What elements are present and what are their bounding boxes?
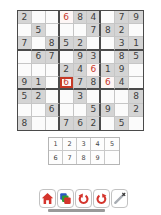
numpad-key-4[interactable]: 4: [91, 138, 105, 151]
numpad-key-3[interactable]: 3: [77, 138, 91, 151]
cell-r1c1[interactable]: 2: [18, 11, 32, 24]
cell-r4c1[interactable]: [18, 51, 32, 64]
cell-r3c1[interactable]: 7: [18, 37, 32, 50]
cell-r5c9[interactable]: [129, 64, 143, 77]
nav-indicator-bar: [48, 209, 105, 212]
numpad-key-6[interactable]: 6: [49, 151, 63, 164]
toolbar: [39, 189, 128, 208]
palette-icon: [59, 192, 72, 205]
cell-r1c8[interactable]: 7: [115, 11, 129, 24]
cell-r4c9[interactable]: 5: [129, 51, 143, 64]
numpad-key-empty: [105, 151, 119, 164]
cell-r8c1[interactable]: [18, 104, 32, 117]
cell-r4c7[interactable]: [101, 51, 115, 64]
cell-r7c6[interactable]: [87, 90, 101, 103]
cell-r3c8[interactable]: 3: [115, 37, 129, 50]
cell-r1c2[interactable]: [32, 11, 46, 24]
cell-r8c3[interactable]: 6: [46, 104, 60, 117]
cell-r6c9[interactable]: [129, 77, 143, 90]
cell-r8c9[interactable]: 2: [129, 104, 143, 117]
cell-r6c8[interactable]: 4: [115, 77, 129, 90]
numpad-key-7[interactable]: 7: [63, 151, 77, 164]
cell-r7c2[interactable]: 2: [32, 90, 46, 103]
cell-r1c5[interactable]: 8: [74, 11, 88, 24]
cell-r1c4[interactable]: 6: [60, 11, 74, 24]
cell-r2c2[interactable]: 5: [32, 24, 46, 37]
cell-r7c5[interactable]: 3: [74, 90, 88, 103]
cell-r3c4[interactable]: 5: [60, 37, 74, 50]
cell-r6c6[interactable]: 8: [87, 77, 101, 90]
cell-r8c4[interactable]: [60, 104, 74, 117]
cell-r5c6[interactable]: 6: [87, 64, 101, 77]
cell-r4c8[interactable]: 8: [115, 51, 129, 64]
cell-r9c4[interactable]: 7: [60, 117, 74, 130]
cell-r6c7[interactable]: 6: [101, 77, 115, 90]
cell-r8c2[interactable]: [32, 104, 46, 117]
cell-r5c7[interactable]: 1: [101, 64, 115, 77]
cell-r9c6[interactable]: 2: [87, 117, 101, 130]
cell-r6c4[interactable]: 6: [60, 77, 74, 90]
cell-r1c7[interactable]: [101, 11, 115, 24]
sudoku-app: 2684795782785231679385246199167864523865…: [0, 0, 161, 215]
cell-r5c5[interactable]: 4: [74, 64, 88, 77]
cell-r9c5[interactable]: 6: [74, 117, 88, 130]
pencil-off-button[interactable]: [111, 189, 128, 208]
cell-r8c7[interactable]: 9: [101, 104, 115, 117]
cell-r6c3[interactable]: [46, 77, 60, 90]
cell-r3c3[interactable]: 8: [46, 37, 60, 50]
cell-r3c6[interactable]: [87, 37, 101, 50]
cell-r4c2[interactable]: 6: [32, 51, 46, 64]
cell-r9c3[interactable]: [46, 117, 60, 130]
cell-r7c3[interactable]: [46, 90, 60, 103]
cell-r9c7[interactable]: [101, 117, 115, 130]
cell-r4c3[interactable]: 7: [46, 51, 60, 64]
cell-r7c9[interactable]: 8: [129, 90, 143, 103]
numpad-key-9[interactable]: 9: [91, 151, 105, 164]
cell-r1c3[interactable]: [46, 11, 60, 24]
numpad-key-1[interactable]: 1: [49, 138, 63, 151]
cell-r8c6[interactable]: 5: [87, 104, 101, 117]
cell-r6c2[interactable]: 1: [32, 77, 46, 90]
cell-r2c1[interactable]: [18, 24, 32, 37]
redo-icon: [95, 192, 108, 205]
cell-r2c3[interactable]: [46, 24, 60, 37]
cell-r7c1[interactable]: 5: [18, 90, 32, 103]
cell-r2c7[interactable]: 8: [101, 24, 115, 37]
cell-r9c9[interactable]: [129, 117, 143, 130]
home-icon: [41, 192, 54, 205]
cell-r3c2[interactable]: [32, 37, 46, 50]
cell-r4c4[interactable]: [60, 51, 74, 64]
cell-r8c8[interactable]: [115, 104, 129, 117]
cell-r2c8[interactable]: 2: [115, 24, 129, 37]
pencil-off-icon: [113, 192, 126, 205]
undo-button[interactable]: [75, 189, 92, 208]
numpad-key-5[interactable]: 5: [105, 138, 119, 151]
cell-r5c2[interactable]: [32, 64, 46, 77]
cell-r6c5[interactable]: 7: [74, 77, 88, 90]
cell-r9c2[interactable]: [32, 117, 46, 130]
cell-r4c6[interactable]: 3: [87, 51, 101, 64]
home-button[interactable]: [39, 189, 56, 208]
cell-r5c3[interactable]: [46, 64, 60, 77]
cell-r2c5[interactable]: [74, 24, 88, 37]
redo-button[interactable]: [93, 189, 110, 208]
sudoku-board: 2684795782785231679385246199167864523865…: [17, 10, 144, 131]
cell-r7c4[interactable]: [60, 90, 74, 103]
cell-r3c5[interactable]: 2: [74, 37, 88, 50]
cell-r2c9[interactable]: [129, 24, 143, 37]
palette-button[interactable]: [57, 189, 74, 208]
cell-r6c1[interactable]: 9: [18, 77, 32, 90]
cell-r4c5[interactable]: 9: [74, 51, 88, 64]
cell-r7c8[interactable]: [115, 90, 129, 103]
number-pad: 123456789: [48, 137, 120, 165]
cell-r9c1[interactable]: 8: [18, 117, 32, 130]
numpad-key-8[interactable]: 8: [77, 151, 91, 164]
cell-r2c6[interactable]: 7: [87, 24, 101, 37]
cell-r5c1[interactable]: [18, 64, 32, 77]
undo-icon: [77, 192, 90, 205]
cell-r3c9[interactable]: 1: [129, 37, 143, 50]
cell-r8c5[interactable]: [74, 104, 88, 117]
cell-r1c9[interactable]: 9: [129, 11, 143, 24]
cell-r9c8[interactable]: 5: [115, 117, 129, 130]
cell-r5c4[interactable]: 2: [60, 64, 74, 77]
cell-r7c7[interactable]: [101, 90, 115, 103]
numpad-key-2[interactable]: 2: [63, 138, 77, 151]
cell-r3c7[interactable]: [101, 37, 115, 50]
cell-r1c6[interactable]: 4: [87, 11, 101, 24]
cell-r5c8[interactable]: 9: [115, 64, 129, 77]
cell-r2c4[interactable]: [60, 24, 74, 37]
